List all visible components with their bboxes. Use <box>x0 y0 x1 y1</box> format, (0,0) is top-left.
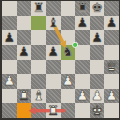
square-d7[interactable]: ♝ <box>46 16 61 31</box>
white-queen-h4[interactable]: ♛ <box>106 60 118 74</box>
square-f5[interactable] <box>75 45 90 60</box>
square-b8[interactable] <box>17 1 32 16</box>
square-e3[interactable]: ♟ <box>61 74 76 89</box>
square-b3[interactable] <box>17 74 32 89</box>
black-king-g8[interactable]: ♚ <box>91 1 103 15</box>
black-pawn-h7[interactable]: ♟ <box>106 16 118 30</box>
square-c4[interactable] <box>31 60 46 75</box>
white-king-g1[interactable]: ♚ <box>91 104 103 118</box>
square-b2[interactable]: ♜ <box>17 89 32 104</box>
square-h4[interactable]: ♛ <box>104 60 119 75</box>
chess-app-screenshot: ♜♜♚♝♟♟♟♟♟♟♞♛♟♟♜♝♟♟♟♜♚ <box>0 0 120 120</box>
square-g7[interactable] <box>90 16 105 31</box>
square-h6[interactable] <box>104 30 119 45</box>
square-e7[interactable] <box>61 16 76 31</box>
square-b1-highlighted[interactable] <box>17 103 32 118</box>
square-h1[interactable] <box>104 103 119 118</box>
chess-board: ♜♜♚♝♟♟♟♟♟♟♞♛♟♟♜♝♟♟♟♜♚ <box>2 1 119 118</box>
square-a7[interactable] <box>2 16 17 31</box>
square-h7[interactable]: ♟ <box>104 16 119 31</box>
square-b5[interactable]: ♟ <box>17 45 32 60</box>
square-d2[interactable] <box>46 89 61 104</box>
square-d4[interactable] <box>46 60 61 75</box>
square-e6[interactable] <box>61 30 76 45</box>
square-d1[interactable]: ♜ <box>46 103 61 118</box>
square-e1[interactable] <box>61 103 76 118</box>
square-f3[interactable] <box>75 74 90 89</box>
black-rook-f8[interactable]: ♜ <box>77 1 89 15</box>
square-a5[interactable] <box>2 45 17 60</box>
square-d5[interactable]: ♟ <box>46 45 61 60</box>
black-rook-c8[interactable]: ♜ <box>33 1 45 15</box>
square-a2[interactable] <box>2 89 17 104</box>
square-f7[interactable]: ♟ <box>75 16 90 31</box>
black-pawn-g6[interactable]: ♟ <box>91 31 103 45</box>
square-e2[interactable] <box>61 89 76 104</box>
black-pawn-d5[interactable]: ♟ <box>47 45 59 59</box>
square-d3[interactable] <box>46 74 61 89</box>
square-e8[interactable] <box>61 1 76 16</box>
square-g4[interactable] <box>90 60 105 75</box>
square-b4[interactable] <box>17 60 32 75</box>
square-g3[interactable] <box>90 74 105 89</box>
square-c8[interactable]: ♜ <box>31 1 46 16</box>
square-a3[interactable]: ♟ <box>2 74 17 89</box>
square-g6[interactable]: ♟ <box>90 30 105 45</box>
square-f4[interactable] <box>75 60 90 75</box>
square-h8[interactable] <box>104 1 119 16</box>
white-rook-d1[interactable]: ♜ <box>47 104 59 118</box>
square-h2[interactable]: ♟ <box>104 89 119 104</box>
square-a1[interactable] <box>2 103 17 118</box>
square-b6[interactable] <box>17 30 32 45</box>
white-pawn-h2[interactable]: ♟ <box>106 89 118 103</box>
square-e5-highlighted[interactable]: ♞ <box>61 45 76 60</box>
square-b7[interactable] <box>17 16 32 31</box>
square-c7-highlighted[interactable] <box>31 16 46 31</box>
square-f2[interactable]: ♟ <box>75 89 90 104</box>
square-h3[interactable] <box>104 74 119 89</box>
square-c5[interactable] <box>31 45 46 60</box>
square-c3[interactable] <box>31 74 46 89</box>
white-pawn-e3[interactable]: ♟ <box>62 74 74 88</box>
square-f8[interactable]: ♜ <box>75 1 90 16</box>
square-a6[interactable]: ♟ <box>2 30 17 45</box>
square-c2[interactable]: ♝ <box>31 89 46 104</box>
black-pawn-b5[interactable]: ♟ <box>18 45 30 59</box>
white-pawn-f2[interactable]: ♟ <box>77 89 89 103</box>
square-g1[interactable]: ♚ <box>90 103 105 118</box>
square-f6[interactable] <box>75 30 90 45</box>
square-a4[interactable] <box>2 60 17 75</box>
square-a8[interactable] <box>2 1 17 16</box>
white-pawn-g2[interactable]: ♟ <box>91 89 103 103</box>
square-f1[interactable] <box>75 103 90 118</box>
square-g5[interactable] <box>90 45 105 60</box>
square-g2[interactable]: ♟ <box>90 89 105 104</box>
square-g8[interactable]: ♚ <box>90 1 105 16</box>
square-d6[interactable] <box>46 30 61 45</box>
square-c6[interactable] <box>31 30 46 45</box>
white-rook-b2[interactable]: ♜ <box>18 89 30 103</box>
white-bishop-c2[interactable]: ♝ <box>33 89 45 103</box>
square-h5[interactable] <box>104 45 119 60</box>
white-pawn-a3[interactable]: ♟ <box>3 74 15 88</box>
black-bishop-d7[interactable]: ♝ <box>47 16 59 30</box>
square-e4[interactable] <box>61 60 76 75</box>
square-c1[interactable] <box>31 103 46 118</box>
black-pawn-a6[interactable]: ♟ <box>3 31 15 45</box>
black-pawn-f7[interactable]: ♟ <box>77 16 89 30</box>
square-d8[interactable] <box>46 1 61 16</box>
black-knight-e5[interactable]: ♞ <box>62 45 74 59</box>
